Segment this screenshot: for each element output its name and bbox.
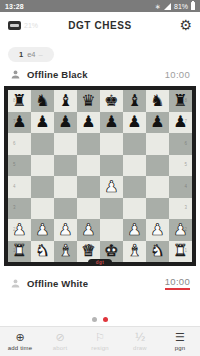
page-dot	[92, 317, 97, 322]
page-indicator	[0, 317, 200, 322]
black-p-piece[interactable]: ♟	[104, 114, 118, 130]
black-p-piece[interactable]: ♟	[81, 114, 95, 130]
rank-coordinate: 4	[13, 185, 16, 190]
white-p-piece[interactable]: ♟	[104, 179, 118, 195]
rank-coordinate: 6	[184, 142, 187, 147]
black-p-piece[interactable]: ♟	[127, 114, 141, 130]
white-p-piece[interactable]: ♟	[127, 222, 141, 238]
square-b4[interactable]	[31, 176, 54, 198]
square-f2[interactable]: ♟	[123, 219, 146, 241]
white-r-piece[interactable]: ♜	[173, 243, 187, 259]
square-f5[interactable]	[123, 155, 146, 177]
square-e3[interactable]	[100, 198, 123, 220]
white-n-piece[interactable]: ♞	[150, 243, 164, 259]
square-h6[interactable]: 6	[169, 133, 192, 155]
square-f6[interactable]	[123, 133, 146, 155]
black-q-piece[interactable]: ♛	[81, 93, 95, 109]
square-g6[interactable]	[146, 133, 169, 155]
resign-flag-icon: ⚐	[95, 332, 105, 344]
square-b5[interactable]	[31, 155, 54, 177]
square-b1[interactable]: ♞	[31, 241, 54, 263]
rank-coordinate: 4	[184, 185, 187, 190]
black-n-piece[interactable]: ♞	[35, 93, 49, 109]
square-h7[interactable]: 7♟	[169, 112, 192, 134]
square-a4[interactable]: 4	[8, 176, 31, 198]
square-b6[interactable]	[31, 133, 54, 155]
square-d5[interactable]	[77, 155, 100, 177]
status-time: 13:28	[5, 3, 24, 10]
square-f1[interactable]: ♝	[123, 241, 146, 263]
white-p-piece[interactable]: ♟	[81, 222, 95, 238]
player-row-white: Offline White 10:00	[0, 271, 200, 295]
square-g4[interactable]	[146, 176, 169, 198]
white-b-piece[interactable]: ♝	[58, 243, 72, 259]
square-c1[interactable]: ♝	[54, 241, 77, 263]
abort-icon: ⊘	[55, 332, 64, 344]
square-g2[interactable]: ♟	[146, 219, 169, 241]
square-d8[interactable]: ♛	[77, 90, 100, 112]
square-d4[interactable]	[77, 176, 100, 198]
player-row-black: Offline Black 10:00	[0, 64, 200, 85]
person-icon	[10, 278, 21, 289]
white-n-piece[interactable]: ♞	[35, 243, 49, 259]
square-c7[interactable]: ♟	[54, 112, 77, 134]
add-time-button[interactable]: ⊕ add time	[0, 332, 40, 351]
chess-board-area: 8♜♞♝♛♚♝♞8♜7♟♟♟♟♟♟♟7♟66554♟4332♟♟♟♟♟♟2♟1♜…	[4, 86, 196, 266]
white-player-name: Offline White	[27, 278, 88, 289]
square-e8[interactable]: ♚	[100, 90, 123, 112]
square-d7[interactable]: ♟	[77, 112, 100, 134]
draw-half-icon: ½	[135, 332, 146, 344]
bottom-nav: ⊕ add time ⊘ abort ⚐ resign ½ draw ☰ pgn	[0, 326, 200, 356]
black-r-piece[interactable]: ♜	[12, 93, 26, 109]
move-dash: –	[39, 50, 43, 59]
square-f4[interactable]	[123, 176, 146, 198]
square-f8[interactable]: ♝	[123, 90, 146, 112]
black-p-piece[interactable]: ♟	[12, 114, 26, 130]
square-b8[interactable]: ♞	[31, 90, 54, 112]
black-player-name: Offline Black	[27, 69, 88, 80]
square-g5[interactable]	[146, 155, 169, 177]
black-p-piece[interactable]: ♟	[35, 114, 49, 130]
resign-button[interactable]: ⚐ resign	[80, 332, 120, 351]
black-n-piece[interactable]: ♞	[150, 93, 164, 109]
square-h5[interactable]: 5	[169, 155, 192, 177]
white-p-piece[interactable]: ♟	[173, 222, 187, 238]
board-frame: 8♜♞♝♛♚♝♞8♜7♟♟♟♟♟♟♟7♟66554♟4332♟♟♟♟♟♟2♟1♜…	[4, 86, 196, 266]
white-p-piece[interactable]: ♟	[58, 222, 72, 238]
square-h1[interactable]: 1♜	[169, 241, 192, 263]
square-f3[interactable]	[123, 198, 146, 220]
gear-icon[interactable]: ⚙	[179, 18, 192, 32]
square-c2[interactable]: ♟	[54, 219, 77, 241]
rank-coordinate: 5	[13, 163, 16, 168]
eboard-battery-label: 21%	[24, 22, 38, 29]
white-p-piece[interactable]: ♟	[150, 222, 164, 238]
black-clock: 10:00	[165, 69, 190, 80]
square-b3[interactable]	[31, 198, 54, 220]
black-k-piece[interactable]: ♚	[104, 93, 118, 109]
square-b7[interactable]: ♟	[31, 112, 54, 134]
white-clock: 10:00	[165, 276, 190, 290]
rank-coordinate: 3	[13, 206, 16, 211]
black-r-piece[interactable]: ♜	[173, 93, 187, 109]
pgn-button[interactable]: ☰ pgn	[160, 332, 200, 351]
add-time-icon: ⊕	[15, 332, 24, 344]
square-a5[interactable]: 5	[8, 155, 31, 177]
square-b2[interactable]: ♟	[31, 219, 54, 241]
black-p-piece[interactable]: ♟	[58, 114, 72, 130]
square-c6[interactable]	[54, 133, 77, 155]
square-a6[interactable]: 6	[8, 133, 31, 155]
square-g3[interactable]	[146, 198, 169, 220]
square-g1[interactable]: ♞	[146, 241, 169, 263]
square-d3[interactable]	[77, 198, 100, 220]
rank-coordinate: 3	[184, 206, 187, 211]
square-e5[interactable]	[100, 155, 123, 177]
move-chip[interactable]: 1 e4 –	[8, 47, 54, 62]
white-q-piece[interactable]: ♛	[81, 243, 95, 259]
square-a8[interactable]: 8♜	[8, 90, 31, 112]
rank-coordinate: 5	[184, 163, 187, 168]
square-g8[interactable]: ♞	[146, 90, 169, 112]
network-icon: ∗	[155, 3, 161, 10]
square-a1[interactable]: 1♜	[8, 241, 31, 263]
square-d6[interactable]	[77, 133, 100, 155]
eboard-icon[interactable]	[8, 21, 21, 30]
battery-icon	[191, 2, 195, 10]
white-b-piece[interactable]: ♝	[127, 243, 141, 259]
dgt-logo: dgt	[88, 259, 112, 266]
status-bar: 13:28 ∗ 81%	[0, 0, 200, 12]
move-number: 1	[19, 50, 23, 59]
black-p-piece[interactable]: ♟	[150, 114, 164, 130]
white-p-piece[interactable]: ♟	[12, 222, 26, 238]
white-p-piece[interactable]: ♟	[35, 222, 49, 238]
move-san: e4	[27, 50, 35, 59]
black-b-piece[interactable]: ♝	[127, 93, 141, 109]
page-dot-active	[103, 317, 108, 322]
square-e2[interactable]	[100, 219, 123, 241]
white-r-piece[interactable]: ♜	[12, 243, 26, 259]
square-a7[interactable]: 7♟	[8, 112, 31, 134]
person-icon	[10, 69, 21, 80]
white-k-piece[interactable]: ♚	[104, 243, 118, 259]
square-c3[interactable]	[54, 198, 77, 220]
square-d2[interactable]: ♟	[77, 219, 100, 241]
abort-button[interactable]: ⊘ abort	[40, 332, 80, 351]
square-h2[interactable]: 2♟	[169, 219, 192, 241]
rank-coordinate: 6	[13, 142, 16, 147]
square-a2[interactable]: 2♟	[8, 219, 31, 241]
square-c5[interactable]	[54, 155, 77, 177]
app-bar: 21% DGT CHESS ⚙	[0, 12, 200, 38]
signal-icon	[164, 3, 171, 10]
square-c4[interactable]	[54, 176, 77, 198]
chess-board[interactable]: 8♜♞♝♛♚♝♞8♜7♟♟♟♟♟♟♟7♟66554♟4332♟♟♟♟♟♟2♟1♜…	[8, 90, 192, 262]
square-h3[interactable]: 3	[169, 198, 192, 220]
square-a3[interactable]: 3	[8, 198, 31, 220]
square-h4[interactable]: 4	[169, 176, 192, 198]
square-e6[interactable]	[100, 133, 123, 155]
pgn-list-icon: ☰	[175, 332, 185, 344]
battery-percent: 81%	[174, 3, 188, 10]
square-e7[interactable]: ♟	[100, 112, 123, 134]
square-g7[interactable]: ♟	[146, 112, 169, 134]
square-e4[interactable]: ♟	[100, 176, 123, 198]
black-b-piece[interactable]: ♝	[58, 93, 72, 109]
square-c8[interactable]: ♝	[54, 90, 77, 112]
square-h8[interactable]: 8♜	[169, 90, 192, 112]
black-p-piece[interactable]: ♟	[173, 114, 187, 130]
move-list: 1 e4 –	[0, 38, 200, 62]
square-f7[interactable]: ♟	[123, 112, 146, 134]
draw-button[interactable]: ½ draw	[120, 332, 160, 351]
